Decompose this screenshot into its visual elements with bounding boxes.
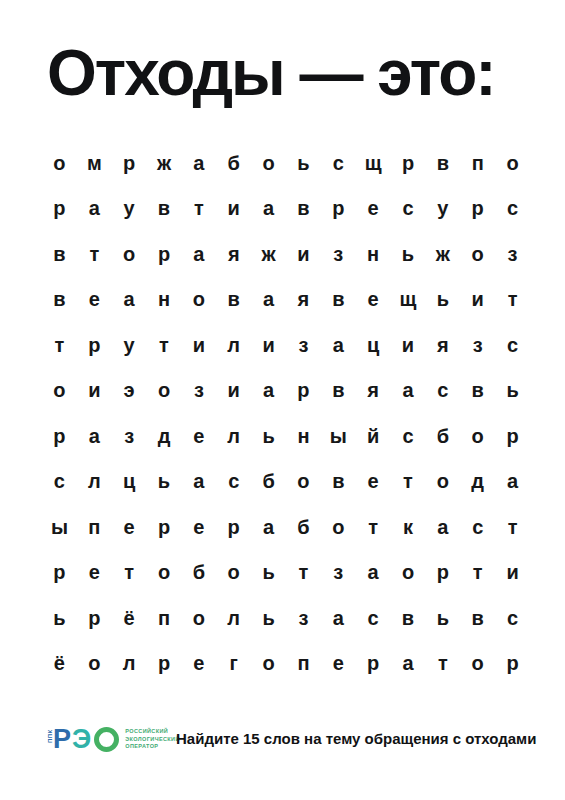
grid-cell[interactable]: в <box>321 368 356 414</box>
grid-cell[interactable]: и <box>251 322 286 368</box>
grid-cell[interactable]: ь <box>425 277 460 323</box>
grid-cell[interactable]: о <box>77 641 112 687</box>
grid-cell[interactable]: ь <box>286 140 321 186</box>
grid-cell[interactable]: о <box>495 140 530 186</box>
grid-cell[interactable]: т <box>112 550 147 596</box>
grid-cell[interactable]: з <box>286 595 321 641</box>
grid-cell[interactable]: с <box>495 595 530 641</box>
grid-cell[interactable]: р <box>77 322 112 368</box>
grid-cell[interactable]: б <box>181 550 216 596</box>
grid-cell[interactable]: е <box>356 459 391 505</box>
grid-cell[interactable]: р <box>356 641 391 687</box>
grid-cell[interactable]: е <box>77 277 112 323</box>
grid-cell[interactable]: с <box>425 368 460 414</box>
grid-cell[interactable]: н <box>147 277 182 323</box>
logo-org-name: Российский экологический оператор <box>125 728 180 750</box>
grid-cell[interactable]: р <box>112 140 147 186</box>
page-title: Отходы — это: <box>47 36 495 110</box>
grid-cell[interactable]: т <box>425 641 460 687</box>
grid-cell[interactable]: л <box>77 459 112 505</box>
grid-cell[interactable]: и <box>391 322 426 368</box>
grid-cell[interactable]: р <box>77 595 112 641</box>
grid-cell[interactable]: з <box>181 368 216 414</box>
logo-letter-e: Э <box>72 724 91 755</box>
grid-cell[interactable]: в <box>321 459 356 505</box>
grid-cell[interactable]: ж <box>251 231 286 277</box>
grid-cell[interactable]: т <box>495 277 530 323</box>
grid-cell[interactable]: и <box>460 277 495 323</box>
grid-cell[interactable]: а <box>495 459 530 505</box>
grid-cell[interactable]: л <box>112 641 147 687</box>
grid-cell[interactable]: д <box>460 459 495 505</box>
grid-cell[interactable]: р <box>321 186 356 232</box>
grid-cell[interactable]: о <box>42 140 77 186</box>
grid-cell[interactable]: и <box>216 186 251 232</box>
grid-cell[interactable]: а <box>77 413 112 459</box>
grid-cell[interactable]: ь <box>42 595 77 641</box>
grid-cell[interactable]: й <box>356 413 391 459</box>
footer: ППК Р Э Российский экологический операто… <box>0 706 565 772</box>
grid-cell[interactable]: п <box>147 595 182 641</box>
grid-cell[interactable]: я <box>286 277 321 323</box>
grid-cell[interactable]: а <box>77 186 112 232</box>
grid-cell[interactable]: ж <box>425 231 460 277</box>
grid-cell[interactable]: ж <box>147 140 182 186</box>
grid-cell[interactable]: р <box>391 140 426 186</box>
grid-cell[interactable]: щ <box>391 277 426 323</box>
grid-cell[interactable]: ц <box>112 459 147 505</box>
grid-cell[interactable]: в <box>216 277 251 323</box>
grid-cell[interactable]: о <box>147 550 182 596</box>
reo-logo: ППК Р Э Российский экологический операто… <box>46 716 180 762</box>
grid-cell[interactable]: ь <box>147 459 182 505</box>
grid-cell[interactable]: п <box>77 504 112 550</box>
grid-cell[interactable]: б <box>251 459 286 505</box>
grid-cell[interactable]: з <box>460 322 495 368</box>
grid-cell[interactable]: я <box>216 231 251 277</box>
logo-org-line: Российский <box>125 728 180 735</box>
grid-cell[interactable]: р <box>42 550 77 596</box>
grid-cell[interactable]: ь <box>251 413 286 459</box>
grid-cell[interactable]: о <box>321 504 356 550</box>
grid-cell[interactable]: о <box>460 231 495 277</box>
grid-cell[interactable]: и <box>495 550 530 596</box>
grid-cell[interactable]: л <box>216 413 251 459</box>
grid-cell[interactable]: в <box>425 140 460 186</box>
grid-cell[interactable]: а <box>251 368 286 414</box>
grid-cell[interactable]: с <box>356 595 391 641</box>
grid-cell[interactable]: л <box>216 322 251 368</box>
grid-cell[interactable]: е <box>181 413 216 459</box>
grid-cell[interactable]: р <box>147 231 182 277</box>
logo-org-line: оператор <box>125 743 180 750</box>
grid-cell[interactable]: я <box>356 368 391 414</box>
grid-cell[interactable]: з <box>495 231 530 277</box>
grid-cell[interactable]: ы <box>321 413 356 459</box>
grid-cell[interactable]: ь <box>495 368 530 414</box>
grid-cell[interactable]: р <box>42 413 77 459</box>
grid-cell[interactable]: с <box>321 140 356 186</box>
grid-cell[interactable]: с <box>216 459 251 505</box>
grid-cell[interactable]: о <box>425 459 460 505</box>
grid-cell[interactable]: т <box>495 504 530 550</box>
grid-cell[interactable]: в <box>460 368 495 414</box>
grid-cell[interactable]: ь <box>251 550 286 596</box>
grid-cell[interactable]: п <box>286 641 321 687</box>
grid-cell[interactable]: р <box>425 550 460 596</box>
grid-cell[interactable]: в <box>460 595 495 641</box>
grid-cell[interactable]: а <box>425 504 460 550</box>
grid-cell[interactable]: н <box>286 413 321 459</box>
grid-cell[interactable]: а <box>391 641 426 687</box>
grid-cell[interactable]: п <box>460 140 495 186</box>
grid-cell[interactable]: в <box>321 277 356 323</box>
logo-ring-icon <box>94 727 119 752</box>
grid-cell[interactable]: о <box>216 550 251 596</box>
grid-cell[interactable]: н <box>356 231 391 277</box>
grid-cell[interactable]: и <box>286 231 321 277</box>
grid-cell[interactable]: о <box>42 368 77 414</box>
grid-cell[interactable]: у <box>425 186 460 232</box>
grid-cell[interactable]: и <box>181 322 216 368</box>
grid-cell[interactable]: а <box>321 595 356 641</box>
logo-letter-r: Р <box>53 724 71 755</box>
grid-cell[interactable]: т <box>356 504 391 550</box>
grid-cell[interactable]: е <box>181 504 216 550</box>
logo-org-line: экологический <box>125 736 180 743</box>
grid-cell[interactable]: с <box>42 459 77 505</box>
grid-cell[interactable]: ё <box>42 641 77 687</box>
grid-cell[interactable]: а <box>391 368 426 414</box>
grid-cell[interactable]: т <box>77 231 112 277</box>
grid-cell[interactable]: о <box>251 140 286 186</box>
grid-cell[interactable]: ь <box>251 595 286 641</box>
grid-cell[interactable]: э <box>112 368 147 414</box>
grid-cell[interactable]: т <box>391 459 426 505</box>
grid-cell[interactable]: о <box>181 277 216 323</box>
grid-cell[interactable]: с <box>495 322 530 368</box>
grid-cell[interactable]: и <box>77 368 112 414</box>
grid-cell[interactable]: е <box>112 504 147 550</box>
grid-cell[interactable]: с <box>460 504 495 550</box>
grid-cell[interactable]: е <box>77 550 112 596</box>
grid-cell[interactable]: е <box>356 186 391 232</box>
grid-cell[interactable]: у <box>112 186 147 232</box>
grid-cell[interactable]: о <box>391 550 426 596</box>
grid-cell[interactable]: ы <box>42 504 77 550</box>
grid-cell[interactable]: е <box>356 277 391 323</box>
grid-cell[interactable]: ё <box>112 595 147 641</box>
grid-cell[interactable]: р <box>216 504 251 550</box>
grid-cell[interactable]: а <box>112 277 147 323</box>
grid-cell[interactable]: ь <box>391 231 426 277</box>
grid-cell[interactable]: а <box>251 504 286 550</box>
grid-cell[interactable]: з <box>321 231 356 277</box>
grid-cell[interactable]: г <box>216 641 251 687</box>
logo-ppk-text: ППК <box>47 735 53 743</box>
grid-cell[interactable]: а <box>181 459 216 505</box>
grid-cell[interactable]: а <box>356 550 391 596</box>
grid-cell[interactable]: ь <box>425 595 460 641</box>
grid-cell[interactable]: с <box>391 186 426 232</box>
grid-cell[interactable]: а <box>251 186 286 232</box>
grid-cell[interactable]: в <box>147 186 182 232</box>
grid-cell[interactable]: з <box>286 322 321 368</box>
tagline: Найдите 15 слов на тему обращения с отхо… <box>176 730 536 747</box>
grid-cell[interactable]: б <box>216 140 251 186</box>
grid-cell[interactable]: с <box>495 186 530 232</box>
grid-cell[interactable]: р <box>495 641 530 687</box>
grid-cell[interactable]: р <box>147 504 182 550</box>
grid-cell[interactable]: т <box>147 322 182 368</box>
word-search-grid: омржабоьсщрвпораувтиавресурсвтораяжизньж… <box>42 140 530 686</box>
grid-cell[interactable]: о <box>112 231 147 277</box>
grid-cell[interactable]: а <box>181 231 216 277</box>
grid-cell[interactable]: в <box>42 277 77 323</box>
grid-cell[interactable]: е <box>321 641 356 687</box>
grid-cell[interactable]: т <box>181 186 216 232</box>
grid-cell[interactable]: р <box>286 368 321 414</box>
grid-cell[interactable]: м <box>77 140 112 186</box>
grid-cell[interactable]: с <box>391 413 426 459</box>
grid-cell[interactable]: б <box>425 413 460 459</box>
grid-cell[interactable]: к <box>391 504 426 550</box>
grid-cell[interactable]: в <box>391 595 426 641</box>
grid-cell[interactable]: я <box>425 322 460 368</box>
grid-cell[interactable]: з <box>112 413 147 459</box>
grid-cell[interactable]: р <box>495 413 530 459</box>
grid-cell[interactable]: у <box>112 322 147 368</box>
grid-cell[interactable]: в <box>42 231 77 277</box>
grid-cell[interactable]: р <box>460 186 495 232</box>
grid-cell[interactable]: а <box>321 322 356 368</box>
grid-cell[interactable]: л <box>216 595 251 641</box>
grid-cell[interactable]: щ <box>356 140 391 186</box>
grid-cell[interactable]: т <box>286 550 321 596</box>
grid-cell[interactable]: о <box>460 641 495 687</box>
grid-cell[interactable]: о <box>286 459 321 505</box>
grid-cell[interactable]: о <box>181 595 216 641</box>
grid-cell[interactable]: а <box>181 140 216 186</box>
grid-cell[interactable]: з <box>321 550 356 596</box>
grid-cell[interactable]: и <box>216 368 251 414</box>
grid-cell[interactable]: в <box>286 186 321 232</box>
grid-cell[interactable]: д <box>147 413 182 459</box>
grid-cell[interactable]: е <box>181 641 216 687</box>
grid-cell[interactable]: а <box>251 277 286 323</box>
grid-cell[interactable]: т <box>42 322 77 368</box>
grid-cell[interactable]: ц <box>356 322 391 368</box>
grid-cell[interactable]: о <box>251 641 286 687</box>
grid-cell[interactable]: о <box>147 368 182 414</box>
grid-cell[interactable]: р <box>42 186 77 232</box>
grid-cell[interactable]: о <box>460 413 495 459</box>
grid-cell[interactable]: б <box>286 504 321 550</box>
grid-cell[interactable]: т <box>460 550 495 596</box>
grid-cell[interactable]: р <box>147 641 182 687</box>
